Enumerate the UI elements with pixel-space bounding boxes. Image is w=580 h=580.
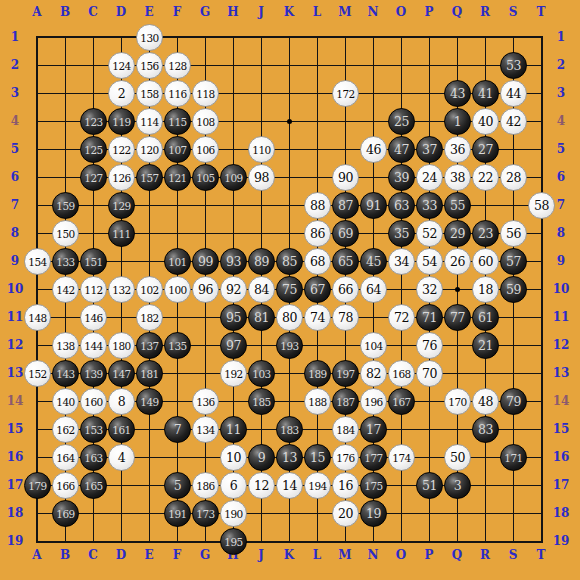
row-label-right-9: 9 — [548, 254, 574, 268]
stone-white-R6-move-22: 22 — [472, 164, 499, 191]
move-number: 192 — [224, 368, 243, 380]
move-number: 37 — [422, 142, 437, 157]
stone-black-K10-move-75: 75 — [276, 276, 303, 303]
row-label-right-8: 8 — [548, 226, 574, 240]
stone-black-C6-move-127: 127 — [80, 164, 107, 191]
col-label-bottom-S: S — [501, 548, 525, 562]
stone-white-C11-move-146: 146 — [80, 304, 107, 331]
stone-white-S8-move-56: 56 — [500, 220, 527, 247]
stone-black-H11-move-95: 95 — [220, 304, 247, 331]
stone-white-L14-move-188: 188 — [304, 388, 331, 415]
move-number: 17 — [366, 422, 381, 437]
stone-black-F6-move-121: 121 — [164, 164, 191, 191]
stone-white-N5-move-46: 46 — [360, 136, 387, 163]
stone-black-C17-move-165: 165 — [80, 472, 107, 499]
move-number: 179 — [28, 480, 47, 492]
stone-white-A13-move-152: 152 — [24, 360, 51, 387]
move-number: 188 — [308, 396, 327, 408]
move-number: 163 — [84, 452, 103, 464]
move-number: 92 — [226, 282, 241, 297]
stone-black-R5-move-27: 27 — [472, 136, 499, 163]
col-label-top-M: M — [333, 5, 357, 19]
move-number: 116 — [168, 88, 187, 100]
move-number: 81 — [254, 310, 269, 325]
stone-white-F10-move-100: 100 — [164, 276, 191, 303]
move-number: 148 — [28, 312, 47, 324]
stone-black-E14-move-149: 149 — [136, 388, 163, 415]
stone-black-R12-move-21: 21 — [472, 332, 499, 359]
move-number: 83 — [478, 422, 493, 437]
col-label-bottom-D: D — [109, 548, 133, 562]
move-number: 69 — [338, 226, 353, 241]
move-number: 56 — [506, 226, 521, 241]
col-label-bottom-J: J — [249, 548, 273, 562]
row-label-right-19: 19 — [548, 534, 574, 548]
move-number: 91 — [366, 198, 381, 213]
move-number: 142 — [56, 284, 75, 296]
move-number: 127 — [84, 172, 103, 184]
move-number: 100 — [168, 284, 187, 296]
stone-black-B13-move-143: 143 — [52, 360, 79, 387]
stone-white-B8-move-150: 150 — [52, 220, 79, 247]
move-number: 168 — [392, 368, 411, 380]
move-number: 189 — [308, 368, 327, 380]
row-label-right-2: 2 — [548, 58, 574, 72]
move-number: 120 — [140, 144, 159, 156]
row-label-left-2: 2 — [2, 58, 28, 72]
stone-white-R9-move-60: 60 — [472, 248, 499, 275]
col-label-top-C: C — [81, 5, 105, 19]
move-number: 134 — [196, 424, 215, 436]
move-number: 97 — [226, 338, 241, 353]
move-number: 45 — [366, 254, 381, 269]
stone-white-P8-move-52: 52 — [416, 220, 443, 247]
move-number: 112 — [84, 284, 103, 296]
row-label-left-15: 15 — [2, 422, 28, 436]
row-label-right-3: 3 — [548, 86, 574, 100]
move-number: 110 — [252, 144, 271, 156]
stone-black-M9-move-65: 65 — [332, 248, 359, 275]
move-number: 174 — [392, 452, 411, 464]
move-number: 33 — [422, 198, 437, 213]
stone-black-C9-move-151: 151 — [80, 248, 107, 275]
move-number: 38 — [450, 170, 465, 185]
move-number: 121 — [168, 172, 187, 184]
stone-black-Q7-move-55: 55 — [444, 192, 471, 219]
move-number: 144 — [84, 340, 103, 352]
stone-white-B14-move-140: 140 — [52, 388, 79, 415]
move-number: 161 — [112, 424, 131, 436]
col-label-top-J: J — [249, 5, 273, 19]
row-label-right-11: 11 — [548, 310, 574, 324]
stone-white-L8-move-86: 86 — [304, 220, 331, 247]
stone-white-R4-move-40: 40 — [472, 108, 499, 135]
move-number: 160 — [84, 396, 103, 408]
move-number: 122 — [112, 144, 131, 156]
stone-black-D7-move-129: 129 — [108, 192, 135, 219]
stone-white-L9-move-68: 68 — [304, 248, 331, 275]
move-number: 177 — [364, 452, 383, 464]
col-label-bottom-T: T — [529, 548, 553, 562]
stone-white-D2-move-124: 124 — [108, 52, 135, 79]
row-label-right-12: 12 — [548, 338, 574, 352]
move-number: 152 — [28, 368, 47, 380]
move-number: 93 — [226, 254, 241, 269]
stone-white-M18-move-20: 20 — [332, 500, 359, 527]
move-number: 64 — [366, 282, 381, 297]
move-number: 175 — [364, 480, 383, 492]
stone-white-S4-move-42: 42 — [500, 108, 527, 135]
row-label-left-16: 16 — [2, 450, 28, 464]
stone-black-O4-move-25: 25 — [388, 108, 415, 135]
move-number: 75 — [282, 282, 297, 297]
move-number: 143 — [56, 368, 75, 380]
stone-black-S9-move-57: 57 — [500, 248, 527, 275]
move-number: 55 — [450, 198, 465, 213]
move-number: 25 — [394, 114, 409, 129]
col-label-bottom-C: C — [81, 548, 105, 562]
stone-white-N13-move-82: 82 — [360, 360, 387, 387]
stone-black-P11-move-71: 71 — [416, 304, 443, 331]
col-label-top-L: L — [305, 5, 329, 19]
move-number: 149 — [140, 396, 159, 408]
move-number: 47 — [394, 142, 409, 157]
move-number: 18 — [478, 282, 493, 297]
move-number: 53 — [506, 58, 521, 73]
move-number: 57 — [506, 254, 521, 269]
row-label-left-18: 18 — [2, 506, 28, 520]
move-number: 23 — [478, 226, 493, 241]
move-number: 3 — [454, 478, 461, 493]
col-label-bottom-B: B — [53, 548, 77, 562]
stone-black-D8-move-111: 111 — [108, 220, 135, 247]
stone-black-J16-move-9: 9 — [248, 444, 275, 471]
move-number: 167 — [392, 396, 411, 408]
stone-white-K11-move-80: 80 — [276, 304, 303, 331]
move-number: 158 — [140, 88, 159, 100]
stone-black-H19-move-195: 195 — [220, 528, 247, 555]
move-number: 169 — [56, 508, 75, 520]
col-label-bottom-P: P — [417, 548, 441, 562]
move-number: 54 — [422, 254, 437, 269]
move-number: 111 — [112, 228, 131, 240]
move-number: 42 — [506, 114, 521, 129]
stone-white-G17-move-186: 186 — [192, 472, 219, 499]
move-number: 76 — [422, 338, 437, 353]
move-number: 87 — [338, 198, 353, 213]
stone-black-B18-move-169: 169 — [52, 500, 79, 527]
col-label-bottom-K: K — [277, 548, 301, 562]
move-number: 103 — [252, 368, 271, 380]
stone-black-L16-move-15: 15 — [304, 444, 331, 471]
stone-white-E3-move-158: 158 — [136, 80, 163, 107]
stone-black-L13-move-189: 189 — [304, 360, 331, 387]
move-number: 36 — [450, 142, 465, 157]
row-label-right-16: 16 — [548, 450, 574, 464]
move-number: 82 — [366, 366, 381, 381]
move-number: 32 — [422, 282, 437, 297]
move-number: 139 — [84, 368, 103, 380]
move-number: 20 — [338, 506, 353, 521]
move-number: 140 — [56, 396, 75, 408]
stone-black-G6-move-105: 105 — [192, 164, 219, 191]
stone-white-H16-move-10: 10 — [220, 444, 247, 471]
stone-white-E1-move-130: 130 — [136, 24, 163, 51]
stone-white-Q9-move-26: 26 — [444, 248, 471, 275]
move-number: 104 — [364, 340, 383, 352]
stone-white-R14-move-48: 48 — [472, 388, 499, 415]
stone-black-J14-move-185: 185 — [248, 388, 275, 415]
move-number: 59 — [506, 282, 521, 297]
stone-black-G9-move-99: 99 — [192, 248, 219, 275]
move-number: 39 — [394, 170, 409, 185]
move-number: 124 — [112, 60, 131, 72]
star-point-K4 — [287, 119, 292, 124]
stone-black-D13-move-147: 147 — [108, 360, 135, 387]
col-label-bottom-M: M — [333, 548, 357, 562]
stone-white-T7-move-58: 58 — [528, 192, 555, 219]
move-number: 70 — [422, 366, 437, 381]
move-number: 86 — [310, 226, 325, 241]
row-label-left-10: 10 — [2, 282, 28, 296]
move-number: 114 — [140, 116, 159, 128]
move-number: 77 — [450, 310, 465, 325]
stone-white-J6-move-98: 98 — [248, 164, 275, 191]
stone-black-F15-move-7: 7 — [164, 416, 191, 443]
move-number: 19 — [366, 506, 381, 521]
move-number: 63 — [394, 198, 409, 213]
move-number: 12 — [254, 478, 269, 493]
stone-black-P17-move-51: 51 — [416, 472, 443, 499]
stone-white-N14-move-196: 196 — [360, 388, 387, 415]
row-label-right-18: 18 — [548, 506, 574, 520]
stone-black-Q8-move-29: 29 — [444, 220, 471, 247]
stone-white-S3-move-44: 44 — [500, 80, 527, 107]
move-number: 151 — [84, 256, 103, 268]
move-number: 29 — [450, 226, 465, 241]
move-number: 99 — [198, 254, 213, 269]
stone-black-S16-move-171: 171 — [500, 444, 527, 471]
col-label-bottom-G: G — [193, 548, 217, 562]
stone-black-H6-move-109: 109 — [220, 164, 247, 191]
stone-black-F4-move-115: 115 — [164, 108, 191, 135]
stone-white-D10-move-132: 132 — [108, 276, 135, 303]
stone-black-K16-move-13: 13 — [276, 444, 303, 471]
stone-black-N9-move-45: 45 — [360, 248, 387, 275]
col-label-top-R: R — [473, 5, 497, 19]
stone-white-Q14-move-170: 170 — [444, 388, 471, 415]
stone-white-D14-move-8: 8 — [108, 388, 135, 415]
move-number: 106 — [196, 144, 215, 156]
stone-white-G15-move-134: 134 — [192, 416, 219, 443]
stone-black-B9-move-133: 133 — [52, 248, 79, 275]
move-number: 102 — [140, 284, 159, 296]
stone-black-C13-move-139: 139 — [80, 360, 107, 387]
stone-black-R3-move-41: 41 — [472, 80, 499, 107]
stone-white-S6-move-28: 28 — [500, 164, 527, 191]
move-number: 21 — [478, 338, 493, 353]
move-number: 71 — [422, 310, 437, 325]
stone-black-Q4-move-1: 1 — [444, 108, 471, 135]
stone-white-J17-move-12: 12 — [248, 472, 275, 499]
move-number: 191 — [168, 508, 187, 520]
move-number: 184 — [336, 424, 355, 436]
stone-white-N10-move-64: 64 — [360, 276, 387, 303]
move-number: 34 — [394, 254, 409, 269]
stone-black-D15-move-161: 161 — [108, 416, 135, 443]
stone-white-E4-move-114: 114 — [136, 108, 163, 135]
move-number: 133 — [56, 256, 75, 268]
stone-black-R11-move-61: 61 — [472, 304, 499, 331]
stone-white-P6-move-24: 24 — [416, 164, 443, 191]
stone-black-R15-move-83: 83 — [472, 416, 499, 443]
row-label-left-19: 19 — [2, 534, 28, 548]
stone-black-G18-move-173: 173 — [192, 500, 219, 527]
stone-white-L11-move-74: 74 — [304, 304, 331, 331]
stone-black-O14-move-167: 167 — [388, 388, 415, 415]
move-number: 194 — [308, 480, 327, 492]
move-number: 96 — [198, 282, 213, 297]
stone-black-M14-move-187: 187 — [332, 388, 359, 415]
stone-black-M8-move-69: 69 — [332, 220, 359, 247]
move-number: 68 — [310, 254, 325, 269]
move-number: 119 — [112, 116, 131, 128]
col-label-top-G: G — [193, 5, 217, 19]
stone-white-B15-move-162: 162 — [52, 416, 79, 443]
move-number: 88 — [310, 198, 325, 213]
stone-white-K17-move-14: 14 — [276, 472, 303, 499]
col-label-top-E: E — [137, 5, 161, 19]
row-label-right-1: 1 — [548, 30, 574, 44]
stone-white-O13-move-168: 168 — [388, 360, 415, 387]
stone-white-M3-move-172: 172 — [332, 80, 359, 107]
stone-white-B12-move-138: 138 — [52, 332, 79, 359]
move-number: 65 — [338, 254, 353, 269]
move-number: 78 — [338, 310, 353, 325]
stone-white-L17-move-194: 194 — [304, 472, 331, 499]
stone-white-N12-move-104: 104 — [360, 332, 387, 359]
move-number: 16 — [338, 478, 353, 493]
stone-white-M15-move-184: 184 — [332, 416, 359, 443]
stone-white-G3-move-118: 118 — [192, 80, 219, 107]
stone-white-B17-move-166: 166 — [52, 472, 79, 499]
stone-black-O7-move-63: 63 — [388, 192, 415, 219]
stone-white-M16-move-176: 176 — [332, 444, 359, 471]
row-label-right-13: 13 — [548, 366, 574, 380]
col-label-top-A: A — [25, 5, 49, 19]
stone-white-B16-move-164: 164 — [52, 444, 79, 471]
move-number: 1 — [454, 114, 461, 129]
row-label-left-14: 14 — [2, 394, 28, 408]
stone-black-J13-move-103: 103 — [248, 360, 275, 387]
move-number: 4 — [118, 450, 125, 465]
col-label-top-F: F — [165, 5, 189, 19]
star-point-Q10 — [455, 287, 460, 292]
col-label-bottom-R: R — [473, 548, 497, 562]
stone-white-A9-move-154: 154 — [24, 248, 51, 275]
move-number: 44 — [506, 86, 521, 101]
move-number: 136 — [196, 396, 215, 408]
move-number: 58 — [534, 198, 549, 213]
stone-white-Q6-move-38: 38 — [444, 164, 471, 191]
move-number: 90 — [338, 170, 353, 185]
stone-white-C12-move-144: 144 — [80, 332, 107, 359]
row-label-right-15: 15 — [548, 422, 574, 436]
stone-black-A17-move-179: 179 — [24, 472, 51, 499]
move-number: 172 — [336, 88, 355, 100]
stone-black-O6-move-39: 39 — [388, 164, 415, 191]
stone-white-E5-move-120: 120 — [136, 136, 163, 163]
stone-black-P7-move-33: 33 — [416, 192, 443, 219]
row-label-left-7: 7 — [2, 198, 28, 212]
move-number: 50 — [450, 450, 465, 465]
stone-white-G4-move-108: 108 — [192, 108, 219, 135]
move-number: 176 — [336, 452, 355, 464]
col-label-top-D: D — [109, 5, 133, 19]
stone-white-H10-move-92: 92 — [220, 276, 247, 303]
col-label-top-S: S — [501, 5, 525, 19]
stone-black-H12-move-97: 97 — [220, 332, 247, 359]
stone-white-P9-move-54: 54 — [416, 248, 443, 275]
stone-black-F5-move-107: 107 — [164, 136, 191, 163]
stone-black-C16-move-163: 163 — [80, 444, 107, 471]
stone-white-F2-move-128: 128 — [164, 52, 191, 79]
move-number: 41 — [478, 86, 493, 101]
move-number: 2 — [118, 86, 125, 101]
move-number: 162 — [56, 424, 75, 436]
move-number: 80 — [282, 310, 297, 325]
stone-white-O9-move-34: 34 — [388, 248, 415, 275]
move-number: 171 — [504, 452, 523, 464]
stone-black-J11-move-81: 81 — [248, 304, 275, 331]
stone-black-Q3-move-43: 43 — [444, 80, 471, 107]
row-label-right-4: 4 — [548, 114, 574, 128]
stone-white-E10-move-102: 102 — [136, 276, 163, 303]
move-number: 130 — [140, 32, 159, 44]
stone-black-Q17-move-3: 3 — [444, 472, 471, 499]
move-number: 185 — [252, 396, 271, 408]
stone-white-F3-move-116: 116 — [164, 80, 191, 107]
move-number: 5 — [174, 478, 181, 493]
stone-black-Q11-move-77: 77 — [444, 304, 471, 331]
stone-white-D5-move-122: 122 — [108, 136, 135, 163]
move-number: 193 — [280, 340, 299, 352]
move-number: 14 — [282, 478, 297, 493]
stone-white-C10-move-112: 112 — [80, 276, 107, 303]
stone-black-S10-move-59: 59 — [500, 276, 527, 303]
stone-white-O11-move-72: 72 — [388, 304, 415, 331]
move-number: 123 — [84, 116, 103, 128]
stone-white-G5-move-106: 106 — [192, 136, 219, 163]
stone-white-L7-move-88: 88 — [304, 192, 331, 219]
move-number: 157 — [140, 172, 159, 184]
move-number: 125 — [84, 144, 103, 156]
stone-white-D16-move-4: 4 — [108, 444, 135, 471]
stone-white-A11-move-148: 148 — [24, 304, 51, 331]
col-label-top-N: N — [361, 5, 385, 19]
stone-black-H15-move-11: 11 — [220, 416, 247, 443]
stone-black-J9-move-89: 89 — [248, 248, 275, 275]
stone-white-D6-move-126: 126 — [108, 164, 135, 191]
stone-black-K15-move-183: 183 — [276, 416, 303, 443]
col-label-bottom-L: L — [305, 548, 329, 562]
col-label-top-T: T — [529, 5, 553, 19]
stone-white-M17-move-16: 16 — [332, 472, 359, 499]
move-number: 60 — [478, 254, 493, 269]
move-number: 195 — [224, 536, 243, 548]
stone-white-P10-move-32: 32 — [416, 276, 443, 303]
move-number: 13 — [282, 450, 297, 465]
